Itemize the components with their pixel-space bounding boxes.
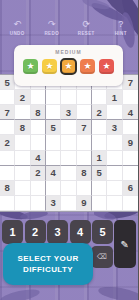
- sudoku-app-screen: ↶ UNDO ↷ REDO ⟳ RESET ? HINT MEDIUM ★★★★…: [0, 0, 138, 300]
- numpad-key-2[interactable]: 2: [25, 220, 46, 244]
- cell-r4c1[interactable]: [0, 120, 15, 135]
- cell-r9c5[interactable]: [61, 196, 76, 211]
- cell-r7c7[interactable]: 5: [92, 166, 107, 181]
- star-icon: ★: [83, 62, 91, 71]
- cell-r6c6[interactable]: [77, 151, 92, 166]
- difficulty-1-star-button[interactable]: ★: [23, 59, 38, 74]
- cell-r8c2[interactable]: [15, 181, 30, 196]
- cell-r2c7[interactable]: [92, 90, 107, 105]
- reset-label: RESET: [78, 31, 95, 36]
- undo-label: UNDO: [10, 31, 25, 36]
- cell-r3c8[interactable]: [107, 105, 122, 120]
- cell-r2c8[interactable]: 1: [107, 90, 122, 105]
- reset-button[interactable]: ⟳ RESET: [69, 20, 104, 42]
- cell-r4c2[interactable]: 8: [15, 120, 30, 135]
- sudoku-grid: 5721783248573294124858639: [0, 74, 138, 212]
- erase-key[interactable]: ⌫: [91, 246, 113, 268]
- numpad-key-4[interactable]: 4: [70, 220, 91, 244]
- star-icon: ★: [102, 62, 110, 71]
- cell-r3c5[interactable]: 3: [61, 105, 76, 120]
- cell-r6c4[interactable]: [46, 151, 61, 166]
- cell-r3c3[interactable]: 8: [31, 105, 46, 120]
- cell-r2c1[interactable]: [0, 90, 15, 105]
- cell-r2c9[interactable]: [123, 90, 138, 105]
- cell-r9c9[interactable]: [123, 196, 138, 211]
- tooltip-line-1: SELECT YOUR: [17, 253, 78, 264]
- cell-r2c4[interactable]: [46, 90, 61, 105]
- cell-r8c4[interactable]: [46, 181, 61, 196]
- cell-r6c1[interactable]: [0, 151, 15, 166]
- cell-r6c5[interactable]: [61, 151, 76, 166]
- pencil-key[interactable]: ✎: [114, 220, 136, 268]
- cell-r9c7[interactable]: [92, 196, 107, 211]
- star-icon: ★: [26, 62, 34, 71]
- cell-r2c5[interactable]: [61, 90, 76, 105]
- cell-r8c7[interactable]: [92, 181, 107, 196]
- redo-button[interactable]: ↷ REDO: [35, 20, 70, 42]
- redo-label: REDO: [44, 31, 59, 36]
- undo-arrow-icon: ↶: [13, 20, 21, 30]
- cell-r3c2[interactable]: [15, 105, 30, 120]
- cell-r5c4[interactable]: [46, 135, 61, 150]
- cell-r4c6[interactable]: 7: [77, 120, 92, 135]
- cell-r5c2[interactable]: [15, 135, 30, 150]
- reset-cycle-icon: ⟳: [82, 20, 90, 30]
- difficulty-stars: ★★★★★: [23, 59, 114, 74]
- cell-r4c3[interactable]: [31, 120, 46, 135]
- difficulty-3-star-button[interactable]: ★: [61, 59, 76, 74]
- pencil-icon: ✎: [121, 239, 129, 250]
- tooltip-line-2: DIFFICULTY: [23, 264, 73, 275]
- cell-r8c8[interactable]: [107, 181, 122, 196]
- cell-r3c7[interactable]: 2: [92, 105, 107, 120]
- cell-r3c9[interactable]: 4: [123, 105, 138, 120]
- cell-r6c2[interactable]: [15, 151, 30, 166]
- cell-r8c5[interactable]: [61, 181, 76, 196]
- difficulty-2-star-button[interactable]: ★: [42, 59, 57, 74]
- cell-r7c3[interactable]: 2: [31, 166, 46, 181]
- cell-r9c1[interactable]: [0, 196, 15, 211]
- cell-r5c8[interactable]: [107, 135, 122, 150]
- star-icon: ★: [64, 62, 72, 71]
- cell-r2c6[interactable]: [77, 90, 92, 105]
- cell-r6c3[interactable]: 4: [31, 151, 46, 166]
- cell-r7c4[interactable]: 4: [46, 166, 61, 181]
- hint-label: HINT: [115, 31, 127, 36]
- cell-r6c9[interactable]: [123, 151, 138, 166]
- difficulty-title: MEDIUM: [55, 49, 81, 55]
- difficulty-4-star-button[interactable]: ★: [80, 59, 95, 74]
- cell-r3c6[interactable]: [77, 105, 92, 120]
- cell-r7c9[interactable]: [123, 166, 138, 181]
- cell-r9c3[interactable]: [31, 196, 46, 211]
- cell-r9c2[interactable]: [15, 196, 30, 211]
- cell-r8c9[interactable]: 6: [123, 181, 138, 196]
- cell-r5c6[interactable]: [77, 135, 92, 150]
- cell-r6c8[interactable]: [107, 151, 122, 166]
- cell-r4c8[interactable]: 3: [107, 120, 122, 135]
- cell-r4c9[interactable]: [123, 120, 138, 135]
- cell-r8c3[interactable]: [31, 181, 46, 196]
- cell-r3c4[interactable]: [46, 105, 61, 120]
- cell-r4c7[interactable]: [92, 120, 107, 135]
- cell-r5c7[interactable]: [92, 135, 107, 150]
- cell-r9c6[interactable]: 9: [77, 196, 92, 211]
- cell-r7c8[interactable]: [107, 166, 122, 181]
- difficulty-5-star-button[interactable]: ★: [99, 59, 114, 74]
- cell-r5c5[interactable]: [61, 135, 76, 150]
- toolbar: ↶ UNDO ↷ REDO ⟳ RESET ? HINT: [0, 20, 138, 42]
- numpad-key-3[interactable]: 3: [47, 220, 68, 244]
- cell-r9c4[interactable]: 3: [46, 196, 61, 211]
- numpad-row-1: 12345: [2, 220, 113, 244]
- numpad-key-1[interactable]: 1: [2, 220, 23, 244]
- cell-r9c8[interactable]: [107, 196, 122, 211]
- cell-r7c1[interactable]: [0, 166, 15, 181]
- cell-r7c5[interactable]: [61, 166, 76, 181]
- cell-r6c7[interactable]: 1: [92, 151, 107, 166]
- undo-button[interactable]: ↶ UNDO: [0, 20, 35, 42]
- cell-r5c3[interactable]: [31, 135, 46, 150]
- cell-r8c6[interactable]: [77, 181, 92, 196]
- hint-button[interactable]: ? HINT: [104, 20, 139, 42]
- cell-r8c1[interactable]: 8: [0, 181, 15, 196]
- star-icon: ★: [45, 62, 53, 71]
- cell-r5c1[interactable]: 2: [0, 135, 15, 150]
- redo-arrow-icon: ↷: [48, 20, 56, 30]
- cell-r4c5[interactable]: [61, 120, 76, 135]
- numpad-key-5[interactable]: 5: [92, 220, 113, 244]
- cell-r4c4[interactable]: 5: [46, 120, 61, 135]
- cell-r2c3[interactable]: [31, 90, 46, 105]
- cell-r7c6[interactable]: 8: [77, 166, 92, 181]
- cell-r7c2[interactable]: [15, 166, 30, 181]
- difficulty-card: MEDIUM ★★★★★: [14, 45, 123, 86]
- question-mark-icon: ?: [118, 20, 123, 30]
- cell-r2c2[interactable]: 2: [15, 90, 30, 105]
- select-difficulty-tooltip[interactable]: SELECT YOUR DIFFICULTY: [3, 243, 93, 285]
- cell-r1c9[interactable]: 7: [123, 75, 138, 90]
- erase-icon: ⌫: [97, 253, 107, 261]
- cell-r5c9[interactable]: 9: [123, 135, 138, 150]
- cell-r3c1[interactable]: 7: [0, 105, 15, 120]
